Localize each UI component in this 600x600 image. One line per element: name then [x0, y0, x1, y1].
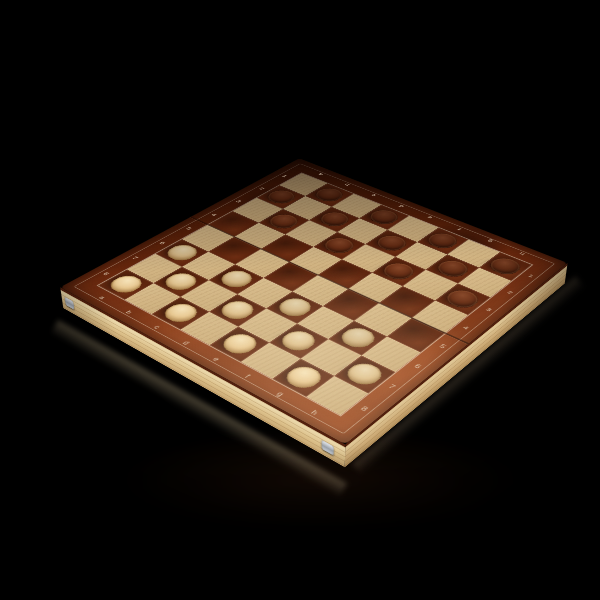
- checkers-board: aabbccddeeffgghh1122334455667788: [60, 158, 567, 444]
- metal-clasp-left: [65, 297, 75, 310]
- scene: aabbccddeeffgghh1122334455667788: [0, 0, 600, 600]
- metal-clasp-front: [322, 440, 334, 456]
